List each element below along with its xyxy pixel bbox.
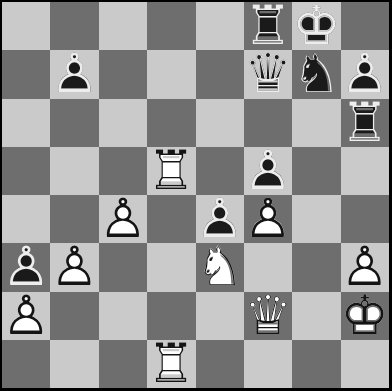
square-h2[interactable]: ♚♔ <box>341 292 389 340</box>
black-pawn-piece[interactable]: ♟♙ <box>50 50 98 98</box>
square-a2[interactable]: ♟♙ <box>2 292 50 340</box>
queen-glyph-outline: ♕ <box>244 292 292 340</box>
square-g5[interactable] <box>292 147 340 195</box>
pawn-glyph-fill: ♟ <box>341 50 389 98</box>
knight-glyph-outline: ♘ <box>292 50 340 98</box>
pawn-glyph-outline: ♙ <box>50 243 98 291</box>
square-e7[interactable] <box>196 50 244 98</box>
pawn-glyph-outline: ♙ <box>244 195 292 243</box>
square-h6[interactable]: ♜♖ <box>341 99 389 147</box>
black-knight-piece[interactable]: ♞♘ <box>292 50 340 98</box>
rook-glyph-fill: ♜ <box>147 340 195 388</box>
square-b3[interactable]: ♟♙ <box>50 243 98 291</box>
square-d8[interactable] <box>147 2 195 50</box>
pawn-glyph-outline: ♙ <box>99 195 147 243</box>
white-pawn-piece[interactable]: ♟♙ <box>99 195 147 243</box>
king-glyph-outline: ♔ <box>292 2 340 50</box>
square-g2[interactable] <box>292 292 340 340</box>
pawn-glyph-fill: ♟ <box>2 243 50 291</box>
square-c5[interactable] <box>99 147 147 195</box>
rook-glyph-fill: ♜ <box>147 147 195 195</box>
pawn-glyph-fill: ♟ <box>196 195 244 243</box>
rook-glyph-fill: ♜ <box>244 2 292 50</box>
rook-glyph-outline: ♖ <box>147 147 195 195</box>
square-h7[interactable]: ♟♙ <box>341 50 389 98</box>
white-pawn-piece[interactable]: ♟♙ <box>341 243 389 291</box>
white-knight-piece[interactable]: ♞♘ <box>196 243 244 291</box>
square-c1[interactable] <box>99 340 147 388</box>
knight-glyph-outline: ♘ <box>196 243 244 291</box>
square-b5[interactable] <box>50 147 98 195</box>
pawn-glyph-outline: ♙ <box>341 50 389 98</box>
rook-glyph-fill: ♜ <box>341 99 389 147</box>
square-d3[interactable] <box>147 243 195 291</box>
pawn-glyph-fill: ♟ <box>50 243 98 291</box>
square-d4[interactable] <box>147 195 195 243</box>
pawn-glyph-outline: ♙ <box>341 243 389 291</box>
rook-glyph-outline: ♖ <box>147 340 195 388</box>
square-f6[interactable] <box>244 99 292 147</box>
square-a5[interactable] <box>2 147 50 195</box>
knight-glyph-fill: ♞ <box>196 243 244 291</box>
king-glyph-fill: ♚ <box>292 2 340 50</box>
square-c2[interactable] <box>99 292 147 340</box>
square-h3[interactable]: ♟♙ <box>341 243 389 291</box>
square-g3[interactable] <box>292 243 340 291</box>
square-f2[interactable]: ♛♕ <box>244 292 292 340</box>
square-h8[interactable] <box>341 2 389 50</box>
black-queen-piece[interactable]: ♛♕ <box>244 50 292 98</box>
square-d5[interactable]: ♜♖ <box>147 147 195 195</box>
square-a6[interactable] <box>2 99 50 147</box>
square-f3[interactable] <box>244 243 292 291</box>
pawn-glyph-fill: ♟ <box>50 50 98 98</box>
black-pawn-piece[interactable]: ♟♙ <box>341 50 389 98</box>
square-g8[interactable]: ♚♔ <box>292 2 340 50</box>
black-king-piece[interactable]: ♚♔ <box>292 2 340 50</box>
square-c7[interactable] <box>99 50 147 98</box>
square-d6[interactable] <box>147 99 195 147</box>
white-rook-piece[interactable]: ♜♖ <box>147 340 195 388</box>
white-pawn-piece[interactable]: ♟♙ <box>2 292 50 340</box>
pawn-glyph-fill: ♟ <box>2 292 50 340</box>
black-pawn-piece[interactable]: ♟♙ <box>2 243 50 291</box>
rook-glyph-outline: ♖ <box>244 2 292 50</box>
pawn-glyph-fill: ♟ <box>99 195 147 243</box>
square-d1[interactable]: ♜♖ <box>147 340 195 388</box>
knight-glyph-fill: ♞ <box>292 50 340 98</box>
square-a4[interactable] <box>2 195 50 243</box>
square-f5[interactable]: ♟♙ <box>244 147 292 195</box>
square-g6[interactable] <box>292 99 340 147</box>
pawn-glyph-outline: ♙ <box>50 50 98 98</box>
square-f7[interactable]: ♛♕ <box>244 50 292 98</box>
square-g4[interactable] <box>292 195 340 243</box>
square-a3[interactable]: ♟♙ <box>2 243 50 291</box>
square-c8[interactable] <box>99 2 147 50</box>
square-e8[interactable] <box>196 2 244 50</box>
square-a8[interactable] <box>2 2 50 50</box>
square-b7[interactable]: ♟♙ <box>50 50 98 98</box>
square-d7[interactable] <box>147 50 195 98</box>
black-rook-piece[interactable]: ♜♖ <box>244 2 292 50</box>
square-b4[interactable] <box>50 195 98 243</box>
pawn-glyph-outline: ♙ <box>2 292 50 340</box>
white-king-piece[interactable]: ♚♔ <box>341 292 389 340</box>
rook-glyph-outline: ♖ <box>341 99 389 147</box>
square-h1[interactable] <box>341 340 389 388</box>
square-f8[interactable]: ♜♖ <box>244 2 292 50</box>
white-queen-piece[interactable]: ♛♕ <box>244 292 292 340</box>
queen-glyph-outline: ♕ <box>244 50 292 98</box>
chess-board: ♜♖♚♔♟♙♛♕♞♘♟♙♜♖♜♖♟♙♟♙♟♙♟♙♟♙♟♙♞♘♟♙♟♙♛♕♚♔♜♖ <box>2 2 389 388</box>
square-c3[interactable] <box>99 243 147 291</box>
square-c4[interactable]: ♟♙ <box>99 195 147 243</box>
white-rook-piece[interactable]: ♜♖ <box>147 147 195 195</box>
black-pawn-piece[interactable]: ♟♙ <box>196 195 244 243</box>
black-rook-piece[interactable]: ♜♖ <box>341 99 389 147</box>
pawn-glyph-outline: ♙ <box>2 243 50 291</box>
white-pawn-piece[interactable]: ♟♙ <box>244 195 292 243</box>
square-e5[interactable] <box>196 147 244 195</box>
king-glyph-outline: ♔ <box>341 292 389 340</box>
square-c6[interactable] <box>99 99 147 147</box>
black-pawn-piece[interactable]: ♟♙ <box>244 147 292 195</box>
square-b2[interactable] <box>50 292 98 340</box>
square-e1[interactable] <box>196 340 244 388</box>
pawn-glyph-outline: ♙ <box>244 147 292 195</box>
square-b8[interactable] <box>50 2 98 50</box>
square-e3[interactable]: ♞♘ <box>196 243 244 291</box>
square-b1[interactable] <box>50 340 98 388</box>
square-f4[interactable]: ♟♙ <box>244 195 292 243</box>
pawn-glyph-outline: ♙ <box>196 195 244 243</box>
pawn-glyph-fill: ♟ <box>244 195 292 243</box>
king-glyph-fill: ♚ <box>341 292 389 340</box>
square-h5[interactable] <box>341 147 389 195</box>
pawn-glyph-fill: ♟ <box>341 243 389 291</box>
square-b6[interactable] <box>50 99 98 147</box>
queen-glyph-fill: ♛ <box>244 50 292 98</box>
square-e4[interactable]: ♟♙ <box>196 195 244 243</box>
board-frame: ♜♖♚♔♟♙♛♕♞♘♟♙♜♖♜♖♟♙♟♙♟♙♟♙♟♙♟♙♞♘♟♙♟♙♛♕♚♔♜♖ <box>0 0 392 391</box>
square-g7[interactable]: ♞♘ <box>292 50 340 98</box>
pawn-glyph-fill: ♟ <box>244 147 292 195</box>
queen-glyph-fill: ♛ <box>244 292 292 340</box>
square-a7[interactable] <box>2 50 50 98</box>
white-pawn-piece[interactable]: ♟♙ <box>50 243 98 291</box>
square-h4[interactable] <box>341 195 389 243</box>
square-f1[interactable] <box>244 340 292 388</box>
square-a1[interactable] <box>2 340 50 388</box>
square-d2[interactable] <box>147 292 195 340</box>
square-g1[interactable] <box>292 340 340 388</box>
square-e2[interactable] <box>196 292 244 340</box>
square-e6[interactable] <box>196 99 244 147</box>
